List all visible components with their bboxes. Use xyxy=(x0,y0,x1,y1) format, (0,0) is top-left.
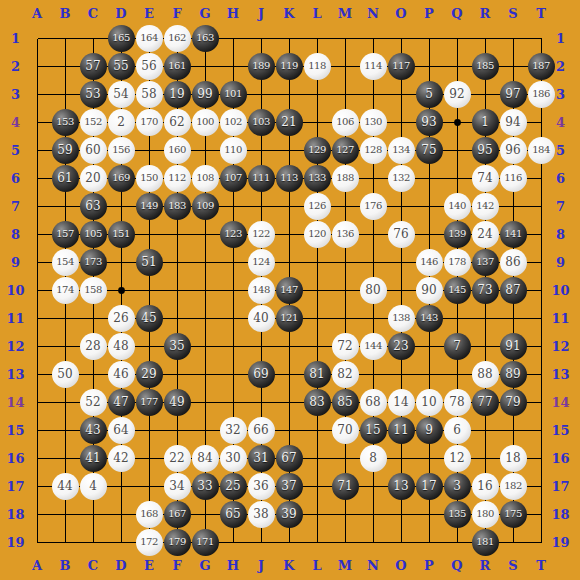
stone-F5-white-160[interactable]: 160 xyxy=(164,137,191,164)
stone-S5-white-96[interactable]: 96 xyxy=(500,137,527,164)
stone-J9-white-124[interactable]: 124 xyxy=(248,249,275,276)
stone-K2-black-119[interactable]: 119 xyxy=(276,53,303,80)
stone-N14-white-68[interactable]: 68 xyxy=(360,389,387,416)
stone-N2-white-114[interactable]: 114 xyxy=(360,53,387,80)
stone-M14-black-85[interactable]: 85 xyxy=(332,389,359,416)
stone-S3-black-97[interactable]: 97 xyxy=(500,81,527,108)
column-label-E: E xyxy=(135,0,163,26)
column-label-O: O xyxy=(387,0,415,26)
stone-H4-white-102[interactable]: 102 xyxy=(220,109,247,136)
stones-grid: 1651641621635755561611891191181141171851… xyxy=(23,24,555,556)
stone-F17-white-34[interactable]: 34 xyxy=(164,473,191,500)
stone-F12-black-35[interactable]: 35 xyxy=(164,333,191,360)
stone-R2-black-185[interactable]: 185 xyxy=(472,53,499,80)
stone-F18-black-167[interactable]: 167 xyxy=(164,501,191,528)
stone-D15-white-64[interactable]: 64 xyxy=(108,417,135,444)
stone-D8-black-151[interactable]: 151 xyxy=(108,221,135,248)
stone-R18-white-180[interactable]: 180 xyxy=(472,501,499,528)
stone-Q18-black-135[interactable]: 135 xyxy=(444,501,471,528)
stone-C15-black-43[interactable]: 43 xyxy=(80,417,107,444)
stone-K6-black-113[interactable]: 113 xyxy=(276,165,303,192)
stone-G1-black-163[interactable]: 163 xyxy=(192,25,219,52)
stone-J10-white-148[interactable]: 148 xyxy=(248,277,275,304)
stone-F14-black-49[interactable]: 49 xyxy=(164,389,191,416)
stone-R8-white-24[interactable]: 24 xyxy=(472,221,499,248)
stone-D12-white-48[interactable]: 48 xyxy=(108,333,135,360)
stone-H18-black-65[interactable]: 65 xyxy=(220,501,247,528)
stone-C17-white-4[interactable]: 4 xyxy=(80,473,107,500)
stone-F6-white-112[interactable]: 112 xyxy=(164,165,191,192)
stone-G17-black-33[interactable]: 33 xyxy=(192,473,219,500)
stone-B10-white-174[interactable]: 174 xyxy=(52,277,79,304)
stone-L13-black-81[interactable]: 81 xyxy=(304,361,331,388)
stone-H3-black-101[interactable]: 101 xyxy=(220,81,247,108)
stone-O2-black-117[interactable]: 117 xyxy=(388,53,415,80)
column-label-P: P xyxy=(415,0,443,26)
stone-H6-black-107[interactable]: 107 xyxy=(220,165,247,192)
stone-E14-black-177[interactable]: 177 xyxy=(136,389,163,416)
stone-E9-black-51[interactable]: 51 xyxy=(136,249,163,276)
column-label-H: H xyxy=(219,0,247,26)
stone-P4-black-93[interactable]: 93 xyxy=(416,109,443,136)
stone-S14-black-79[interactable]: 79 xyxy=(500,389,527,416)
column-label-S: S xyxy=(499,0,527,26)
stone-S18-black-175[interactable]: 175 xyxy=(500,501,527,528)
stone-R6-white-74[interactable]: 74 xyxy=(472,165,499,192)
stone-D4-white-2[interactable]: 2 xyxy=(108,109,135,136)
column-label-C: C xyxy=(79,0,107,26)
stone-K18-black-39[interactable]: 39 xyxy=(276,501,303,528)
stone-B17-white-44[interactable]: 44 xyxy=(52,473,79,500)
stone-D2-black-55[interactable]: 55 xyxy=(108,53,135,80)
stone-O14-white-14[interactable]: 14 xyxy=(388,389,415,416)
column-label-F: F xyxy=(163,0,191,26)
stone-E2-white-56[interactable]: 56 xyxy=(136,53,163,80)
stone-P9-white-146[interactable]: 146 xyxy=(416,249,443,276)
column-label-D: D xyxy=(107,0,135,26)
stone-Q12-black-7[interactable]: 7 xyxy=(444,333,471,360)
stone-P3-black-5[interactable]: 5 xyxy=(416,81,443,108)
stone-K10-black-147[interactable]: 147 xyxy=(276,277,303,304)
stone-Q9-white-178[interactable]: 178 xyxy=(444,249,471,276)
stone-D6-black-169[interactable]: 169 xyxy=(108,165,135,192)
stone-H8-black-123[interactable]: 123 xyxy=(220,221,247,248)
stone-N5-white-128[interactable]: 128 xyxy=(360,137,387,164)
stone-B4-black-153[interactable]: 153 xyxy=(52,109,79,136)
stone-L5-black-129[interactable]: 129 xyxy=(304,137,331,164)
stone-B8-black-157[interactable]: 157 xyxy=(52,221,79,248)
stone-M17-black-71[interactable]: 71 xyxy=(332,473,359,500)
stone-G19-black-171[interactable]: 171 xyxy=(192,529,219,556)
stone-C8-black-105[interactable]: 105 xyxy=(80,221,107,248)
stone-B5-black-59[interactable]: 59 xyxy=(52,137,79,164)
stone-D5-white-156[interactable]: 156 xyxy=(108,137,135,164)
stone-F4-white-62[interactable]: 62 xyxy=(164,109,191,136)
stone-Q7-white-140[interactable]: 140 xyxy=(444,193,471,220)
stone-K16-black-67[interactable]: 67 xyxy=(276,445,303,472)
stone-R7-white-142[interactable]: 142 xyxy=(472,193,499,220)
stone-L2-white-118[interactable]: 118 xyxy=(304,53,331,80)
stone-S12-black-91[interactable]: 91 xyxy=(500,333,527,360)
stone-J13-black-69[interactable]: 69 xyxy=(248,361,275,388)
stone-P5-black-75[interactable]: 75 xyxy=(416,137,443,164)
column-label-T: T xyxy=(527,0,555,26)
stone-E18-white-168[interactable]: 168 xyxy=(136,501,163,528)
stone-J17-white-36[interactable]: 36 xyxy=(248,473,275,500)
stone-R4-black-1[interactable]: 1 xyxy=(472,109,499,136)
stone-O15-black-11[interactable]: 11 xyxy=(388,417,415,444)
column-label-N: N xyxy=(359,0,387,26)
stone-E1-white-164[interactable]: 164 xyxy=(136,25,163,52)
stone-M13-white-82[interactable]: 82 xyxy=(332,361,359,388)
column-label-A: A xyxy=(23,0,51,26)
stone-F3-black-19[interactable]: 19 xyxy=(164,81,191,108)
stone-C16-black-41[interactable]: 41 xyxy=(80,445,107,472)
stone-H15-white-32[interactable]: 32 xyxy=(220,417,247,444)
stone-R5-black-95[interactable]: 95 xyxy=(472,137,499,164)
stone-M8-white-136[interactable]: 136 xyxy=(332,221,359,248)
stone-G16-white-84[interactable]: 84 xyxy=(192,445,219,472)
stone-E3-white-58[interactable]: 58 xyxy=(136,81,163,108)
stone-L14-black-83[interactable]: 83 xyxy=(304,389,331,416)
stone-K4-black-21[interactable]: 21 xyxy=(276,109,303,136)
stone-C5-white-60[interactable]: 60 xyxy=(80,137,107,164)
stone-H17-black-25[interactable]: 25 xyxy=(220,473,247,500)
stone-J4-black-103[interactable]: 103 xyxy=(248,109,275,136)
stone-Q3-white-92[interactable]: 92 xyxy=(444,81,471,108)
stone-F1-white-162[interactable]: 162 xyxy=(164,25,191,52)
stone-C6-white-20[interactable]: 20 xyxy=(80,165,107,192)
stone-H5-white-110[interactable]: 110 xyxy=(220,137,247,164)
stone-N15-black-15[interactable]: 15 xyxy=(360,417,387,444)
stone-L8-white-120[interactable]: 120 xyxy=(304,221,331,248)
stone-C14-white-52[interactable]: 52 xyxy=(80,389,107,416)
stone-R10-black-73[interactable]: 73 xyxy=(472,277,499,304)
stone-D11-white-26[interactable]: 26 xyxy=(108,305,135,332)
stone-R9-black-137[interactable]: 137 xyxy=(472,249,499,276)
stone-C9-black-173[interactable]: 173 xyxy=(80,249,107,276)
column-label-J: J xyxy=(247,0,275,26)
stone-C12-white-28[interactable]: 28 xyxy=(80,333,107,360)
stone-S17-white-182[interactable]: 182 xyxy=(500,473,527,500)
stone-P10-white-90[interactable]: 90 xyxy=(416,277,443,304)
stone-M12-white-72[interactable]: 72 xyxy=(332,333,359,360)
column-label-R: R xyxy=(471,0,499,26)
stone-B9-white-154[interactable]: 154 xyxy=(52,249,79,276)
column-label-K: K xyxy=(275,0,303,26)
stone-N16-white-8[interactable]: 8 xyxy=(360,445,387,472)
stone-S9-white-86[interactable]: 86 xyxy=(500,249,527,276)
stone-K11-black-121[interactable]: 121 xyxy=(276,305,303,332)
stone-J18-white-38[interactable]: 38 xyxy=(248,501,275,528)
stone-R17-white-16[interactable]: 16 xyxy=(472,473,499,500)
stone-O8-white-76[interactable]: 76 xyxy=(388,221,415,248)
stone-T5-white-184[interactable]: 184 xyxy=(528,137,555,164)
stone-E4-white-170[interactable]: 170 xyxy=(136,109,163,136)
stone-P15-black-9[interactable]: 9 xyxy=(416,417,443,444)
stone-O6-white-132[interactable]: 132 xyxy=(388,165,415,192)
stone-D16-white-42[interactable]: 42 xyxy=(108,445,135,472)
stone-S6-white-116[interactable]: 116 xyxy=(500,165,527,192)
stone-C2-black-57[interactable]: 57 xyxy=(80,53,107,80)
stone-J8-white-122[interactable]: 122 xyxy=(248,221,275,248)
stone-P17-black-17[interactable]: 17 xyxy=(416,473,443,500)
stone-J2-black-189[interactable]: 189 xyxy=(248,53,275,80)
stone-E7-black-149[interactable]: 149 xyxy=(136,193,163,220)
column-label-M: M xyxy=(331,0,359,26)
stone-Q16-white-12[interactable]: 12 xyxy=(444,445,471,472)
stone-Q10-black-145[interactable]: 145 xyxy=(444,277,471,304)
stone-J6-black-111[interactable]: 111 xyxy=(248,165,275,192)
stone-O11-white-138[interactable]: 138 xyxy=(388,305,415,332)
column-label-Q: Q xyxy=(443,0,471,26)
stone-S4-white-94[interactable]: 94 xyxy=(500,109,527,136)
stone-Q17-black-3[interactable]: 3 xyxy=(444,473,471,500)
stone-B6-black-61[interactable]: 61 xyxy=(52,165,79,192)
stone-C4-white-152[interactable]: 152 xyxy=(80,109,107,136)
stone-E13-black-29[interactable]: 29 xyxy=(136,361,163,388)
stone-L7-white-126[interactable]: 126 xyxy=(304,193,331,220)
stone-J11-white-40[interactable]: 40 xyxy=(248,305,275,332)
stone-F7-black-183[interactable]: 183 xyxy=(164,193,191,220)
stone-N7-white-176[interactable]: 176 xyxy=(360,193,387,220)
stone-B13-white-50[interactable]: 50 xyxy=(52,361,79,388)
stone-D14-black-47[interactable]: 47 xyxy=(108,389,135,416)
stone-F16-white-22[interactable]: 22 xyxy=(164,445,191,472)
stone-G4-white-100[interactable]: 100 xyxy=(192,109,219,136)
stone-F19-black-179[interactable]: 179 xyxy=(164,529,191,556)
stone-G6-white-108[interactable]: 108 xyxy=(192,165,219,192)
column-label-B: B xyxy=(51,0,79,26)
stone-D1-black-165[interactable]: 165 xyxy=(108,25,135,52)
stone-M15-white-70[interactable]: 70 xyxy=(332,417,359,444)
stone-F2-black-161[interactable]: 161 xyxy=(164,53,191,80)
stone-G7-black-109[interactable]: 109 xyxy=(192,193,219,220)
stone-M5-black-127[interactable]: 127 xyxy=(332,137,359,164)
stone-D3-white-54[interactable]: 54 xyxy=(108,81,135,108)
stone-M6-white-188[interactable]: 188 xyxy=(332,165,359,192)
stone-C7-black-63[interactable]: 63 xyxy=(80,193,107,220)
stone-G3-black-99[interactable]: 99 xyxy=(192,81,219,108)
stone-O17-black-13[interactable]: 13 xyxy=(388,473,415,500)
stone-R13-white-88[interactable]: 88 xyxy=(472,361,499,388)
stone-T3-white-186[interactable]: 186 xyxy=(528,81,555,108)
stone-P14-white-10[interactable]: 10 xyxy=(416,389,443,416)
stone-J15-white-66[interactable]: 66 xyxy=(248,417,275,444)
stone-E19-white-172[interactable]: 172 xyxy=(136,529,163,556)
stone-J16-black-31[interactable]: 31 xyxy=(248,445,275,472)
stone-Q15-white-6[interactable]: 6 xyxy=(444,417,471,444)
stone-P11-black-143[interactable]: 143 xyxy=(416,305,443,332)
column-labels-top: ABCDEFGHJKLMNOPQRST xyxy=(23,0,555,26)
stone-L6-black-133[interactable]: 133 xyxy=(304,165,331,192)
stone-N10-white-80[interactable]: 80 xyxy=(360,277,387,304)
stone-S8-black-141[interactable]: 141 xyxy=(500,221,527,248)
stone-D13-white-46[interactable]: 46 xyxy=(108,361,135,388)
stone-S16-white-18[interactable]: 18 xyxy=(500,445,527,472)
stone-C3-black-53[interactable]: 53 xyxy=(80,81,107,108)
stone-H16-white-30[interactable]: 30 xyxy=(220,445,247,472)
stone-Q8-black-139[interactable]: 139 xyxy=(444,221,471,248)
stone-C10-white-158[interactable]: 158 xyxy=(80,277,107,304)
stone-O12-black-23[interactable]: 23 xyxy=(388,333,415,360)
stone-S13-black-89[interactable]: 89 xyxy=(500,361,527,388)
stone-N12-white-144[interactable]: 144 xyxy=(360,333,387,360)
stone-R19-black-181[interactable]: 181 xyxy=(472,529,499,556)
go-board: ABCDEFGHJKLMNOPQRST ABCDEFGHJKLMNOPQRST … xyxy=(0,0,580,580)
stone-N4-white-130[interactable]: 130 xyxy=(360,109,387,136)
stone-M4-white-106[interactable]: 106 xyxy=(332,109,359,136)
stone-K17-black-37[interactable]: 37 xyxy=(276,473,303,500)
stone-R14-black-77[interactable]: 77 xyxy=(472,389,499,416)
stone-E11-black-45[interactable]: 45 xyxy=(136,305,163,332)
column-label-G: G xyxy=(191,0,219,26)
stone-O5-white-134[interactable]: 134 xyxy=(388,137,415,164)
stone-S10-black-87[interactable]: 87 xyxy=(500,277,527,304)
stone-E6-white-150[interactable]: 150 xyxy=(136,165,163,192)
stone-Q14-white-78[interactable]: 78 xyxy=(444,389,471,416)
column-label-L: L xyxy=(303,0,331,26)
stone-T2-black-187[interactable]: 187 xyxy=(528,53,555,80)
